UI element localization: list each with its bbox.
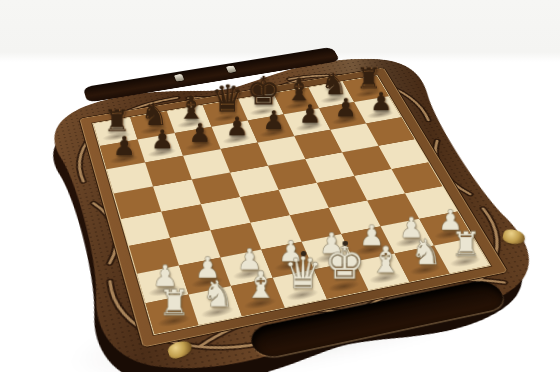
brass-clasp-icon [226, 66, 237, 74]
brass-clasp-icon [174, 74, 184, 82]
product-photo-chess-case: ♜♞♝♛♚♝♞♜♟♟♟♟♟♟♟♟♟♟♟♟♟♟♟♟♜♞♝♛♚♝♞♜ [0, 0, 560, 372]
piece-black-pawn: ♟ [181, 120, 219, 146]
piece-white-bishop: ♝ [239, 266, 283, 304]
square-e4 [279, 183, 329, 215]
piece-black-pawn: ♟ [362, 89, 399, 114]
piece-white-king: ♚ [323, 241, 367, 287]
square-c5 [192, 173, 240, 205]
piece-white-queen: ♛ [281, 251, 325, 295]
piece-black-pawn: ♟ [291, 101, 329, 126]
piece-white-knight: ♞ [196, 276, 240, 313]
piece-black-pawn: ♟ [255, 108, 293, 134]
piece-white-bishop: ♝ [364, 242, 407, 279]
scene-3d: ♜♞♝♛♚♝♞♜♟♟♟♟♟♟♟♟♟♟♟♟♟♟♟♟♜♞♝♛♚♝♞♜ [0, 0, 560, 372]
carved-chess-case: ♜♞♝♛♚♝♞♜♟♟♟♟♟♟♟♟♟♟♟♟♟♟♟♟♜♞♝♛♚♝♞♜ [30, 43, 560, 372]
piece-black-pawn: ♟ [143, 127, 182, 153]
piece-white-rook: ♜ [152, 286, 197, 322]
piece-black-pawn: ♟ [105, 133, 144, 159]
piece-white-rook: ♜ [445, 228, 488, 262]
piece-black-pawn: ♟ [218, 114, 256, 140]
piece-white-knight: ♞ [405, 235, 448, 270]
piece-black-pawn: ♟ [327, 95, 364, 120]
